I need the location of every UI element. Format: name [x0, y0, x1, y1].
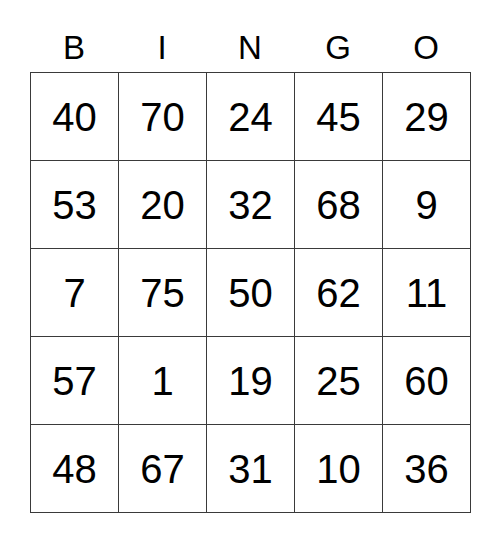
bingo-cell-r1c2[interactable]: 70 — [119, 73, 207, 161]
bingo-cell-r3c5[interactable]: 11 — [383, 249, 471, 337]
bingo-cell-r1c5[interactable]: 29 — [383, 73, 471, 161]
bingo-header-row: B I N G O — [30, 0, 470, 72]
bingo-card: B I N G O 40 70 24 45 29 53 20 32 68 9 7… — [0, 0, 500, 544]
bingo-cell-r2c4[interactable]: 68 — [295, 161, 383, 249]
bingo-cell-r3c4[interactable]: 62 — [295, 249, 383, 337]
bingo-cell-r3c1[interactable]: 7 — [31, 249, 119, 337]
bingo-cell-r3c2[interactable]: 75 — [119, 249, 207, 337]
header-letter-o: O — [382, 0, 470, 72]
bingo-cell-r2c5[interactable]: 9 — [383, 161, 471, 249]
bingo-cell-r4c1[interactable]: 57 — [31, 337, 119, 425]
bingo-cell-r4c4[interactable]: 25 — [295, 337, 383, 425]
bingo-cell-r1c4[interactable]: 45 — [295, 73, 383, 161]
bingo-cell-r3c3[interactable]: 50 — [207, 249, 295, 337]
bingo-cell-r5c2[interactable]: 67 — [119, 425, 207, 513]
bingo-cell-r1c1[interactable]: 40 — [31, 73, 119, 161]
bingo-cell-r2c3[interactable]: 32 — [207, 161, 295, 249]
bingo-cell-r5c3[interactable]: 31 — [207, 425, 295, 513]
bingo-cell-r4c3[interactable]: 19 — [207, 337, 295, 425]
bingo-cell-r4c2[interactable]: 1 — [119, 337, 207, 425]
bingo-grid: 40 70 24 45 29 53 20 32 68 9 7 75 50 62 … — [30, 72, 471, 513]
bingo-cell-r2c2[interactable]: 20 — [119, 161, 207, 249]
bingo-cell-r5c1[interactable]: 48 — [31, 425, 119, 513]
bingo-cell-r4c5[interactable]: 60 — [383, 337, 471, 425]
header-letter-n: N — [206, 0, 294, 72]
header-letter-g: G — [294, 0, 382, 72]
bingo-cell-r5c5[interactable]: 36 — [383, 425, 471, 513]
bingo-cell-r5c4[interactable]: 10 — [295, 425, 383, 513]
header-letter-b: B — [30, 0, 118, 72]
bingo-cell-r2c1[interactable]: 53 — [31, 161, 119, 249]
bingo-cell-r1c3[interactable]: 24 — [207, 73, 295, 161]
header-letter-i: I — [118, 0, 206, 72]
